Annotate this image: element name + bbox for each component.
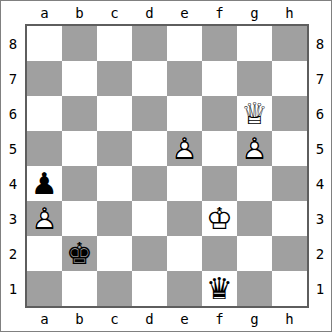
rank-label-right-7: 7 bbox=[311, 61, 329, 96]
square-b6[interactable] bbox=[62, 96, 97, 131]
file-label-top-e: e bbox=[167, 4, 202, 21]
file-label-top-c: c bbox=[97, 4, 132, 21]
white-queen-outline: ♕ bbox=[237, 96, 272, 131]
square-a8[interactable] bbox=[27, 26, 62, 61]
rank-label-right-6: 6 bbox=[311, 96, 329, 131]
square-g5[interactable]: ♟♙ bbox=[237, 131, 272, 166]
file-label-bottom-b: b bbox=[62, 310, 97, 327]
piece-white-pawn[interactable]: ♟♙ bbox=[27, 201, 62, 236]
piece-white-pawn[interactable]: ♟♙ bbox=[167, 131, 202, 166]
square-d2[interactable] bbox=[132, 236, 167, 271]
square-e3[interactable] bbox=[167, 201, 202, 236]
square-d7[interactable] bbox=[132, 61, 167, 96]
square-f6[interactable] bbox=[202, 96, 237, 131]
square-d1[interactable] bbox=[132, 271, 167, 306]
file-label-top-h: h bbox=[272, 4, 307, 21]
square-e6[interactable] bbox=[167, 96, 202, 131]
square-e1[interactable] bbox=[167, 271, 202, 306]
square-g3[interactable] bbox=[237, 201, 272, 236]
rank-label-left-3: 3 bbox=[4, 201, 22, 236]
rank-label-left-8: 8 bbox=[4, 26, 22, 61]
square-h2[interactable] bbox=[272, 236, 307, 271]
square-h4[interactable] bbox=[272, 166, 307, 201]
file-label-bottom-g: g bbox=[237, 310, 272, 327]
white-king-outline: ♔ bbox=[202, 201, 237, 236]
square-d6[interactable] bbox=[132, 96, 167, 131]
square-a1[interactable] bbox=[27, 271, 62, 306]
file-label-bottom-c: c bbox=[97, 310, 132, 327]
square-c7[interactable] bbox=[97, 61, 132, 96]
square-h3[interactable] bbox=[272, 201, 307, 236]
square-f2[interactable] bbox=[202, 236, 237, 271]
rank-label-left-4: 4 bbox=[4, 166, 22, 201]
white-pawn-outline: ♙ bbox=[237, 131, 272, 166]
square-f3[interactable]: ♚♔ bbox=[202, 201, 237, 236]
square-c5[interactable] bbox=[97, 131, 132, 166]
square-c2[interactable] bbox=[97, 236, 132, 271]
file-label-top-a: a bbox=[27, 4, 62, 21]
rank-label-right-4: 4 bbox=[311, 166, 329, 201]
rank-label-left-6: 6 bbox=[4, 96, 22, 131]
square-d4[interactable] bbox=[132, 166, 167, 201]
square-h1[interactable] bbox=[272, 271, 307, 306]
square-c6[interactable] bbox=[97, 96, 132, 131]
square-f4[interactable] bbox=[202, 166, 237, 201]
square-g2[interactable] bbox=[237, 236, 272, 271]
square-f1[interactable]: ♛ bbox=[202, 271, 237, 306]
piece-white-queen[interactable]: ♛♕ bbox=[237, 96, 272, 131]
rank-label-left-7: 7 bbox=[4, 61, 22, 96]
square-b1[interactable] bbox=[62, 271, 97, 306]
square-g6[interactable]: ♛♕ bbox=[237, 96, 272, 131]
file-label-top-f: f bbox=[202, 4, 237, 21]
square-a4[interactable]: ♟ bbox=[27, 166, 62, 201]
square-b8[interactable] bbox=[62, 26, 97, 61]
file-label-top-b: b bbox=[62, 4, 97, 21]
file-label-bottom-f: f bbox=[202, 310, 237, 327]
square-d8[interactable] bbox=[132, 26, 167, 61]
square-d5[interactable] bbox=[132, 131, 167, 166]
rank-label-right-3: 3 bbox=[311, 201, 329, 236]
piece-white-king[interactable]: ♚♔ bbox=[202, 201, 237, 236]
square-a2[interactable] bbox=[27, 236, 62, 271]
square-b4[interactable] bbox=[62, 166, 97, 201]
white-pawn-outline: ♙ bbox=[167, 131, 202, 166]
square-c1[interactable] bbox=[97, 271, 132, 306]
square-e7[interactable] bbox=[167, 61, 202, 96]
chess-board: ♛♕♟♙♟♙♟♟♙♚♔♚♛ bbox=[25, 24, 309, 308]
square-c3[interactable] bbox=[97, 201, 132, 236]
square-h7[interactable] bbox=[272, 61, 307, 96]
square-f7[interactable] bbox=[202, 61, 237, 96]
square-e5[interactable]: ♟♙ bbox=[167, 131, 202, 166]
square-b5[interactable] bbox=[62, 131, 97, 166]
square-c4[interactable] bbox=[97, 166, 132, 201]
rank-label-right-5: 5 bbox=[311, 131, 329, 166]
rank-label-right-1: 1 bbox=[311, 271, 329, 306]
square-b3[interactable] bbox=[62, 201, 97, 236]
file-label-bottom-e: e bbox=[167, 310, 202, 327]
black-queen-glyph: ♛ bbox=[202, 271, 237, 306]
square-e4[interactable] bbox=[167, 166, 202, 201]
square-g8[interactable] bbox=[237, 26, 272, 61]
file-label-bottom-d: d bbox=[132, 310, 167, 327]
rank-label-left-2: 2 bbox=[4, 236, 22, 271]
square-h8[interactable] bbox=[272, 26, 307, 61]
square-h6[interactable] bbox=[272, 96, 307, 131]
square-e2[interactable] bbox=[167, 236, 202, 271]
piece-black-queen[interactable]: ♛ bbox=[202, 271, 237, 306]
square-f5[interactable] bbox=[202, 131, 237, 166]
square-g1[interactable] bbox=[237, 271, 272, 306]
square-c8[interactable] bbox=[97, 26, 132, 61]
piece-black-pawn[interactable]: ♟ bbox=[27, 166, 62, 201]
square-f8[interactable] bbox=[202, 26, 237, 61]
square-a7[interactable] bbox=[27, 61, 62, 96]
black-pawn-glyph: ♟ bbox=[27, 166, 62, 201]
rank-label-left-1: 1 bbox=[4, 271, 22, 306]
rank-label-right-8: 8 bbox=[311, 26, 329, 61]
white-pawn-outline: ♙ bbox=[27, 201, 62, 236]
square-d3[interactable] bbox=[132, 201, 167, 236]
file-label-bottom-h: h bbox=[272, 310, 307, 327]
black-king-glyph: ♚ bbox=[62, 236, 97, 271]
piece-white-pawn[interactable]: ♟♙ bbox=[237, 131, 272, 166]
square-g4[interactable] bbox=[237, 166, 272, 201]
piece-black-king[interactable]: ♚ bbox=[62, 236, 97, 271]
rank-label-left-5: 5 bbox=[4, 131, 22, 166]
file-label-bottom-a: a bbox=[27, 310, 62, 327]
square-b7[interactable] bbox=[62, 61, 97, 96]
square-h5[interactable] bbox=[272, 131, 307, 166]
square-b2[interactable]: ♚ bbox=[62, 236, 97, 271]
chess-diagram: ♛♕♟♙♟♙♟♟♙♚♔♚♛ aabbccddeeffgghh8877665544… bbox=[0, 0, 332, 332]
rank-label-right-2: 2 bbox=[311, 236, 329, 271]
square-g7[interactable] bbox=[237, 61, 272, 96]
square-a3[interactable]: ♟♙ bbox=[27, 201, 62, 236]
square-e8[interactable] bbox=[167, 26, 202, 61]
file-label-top-g: g bbox=[237, 4, 272, 21]
square-a5[interactable] bbox=[27, 131, 62, 166]
square-a6[interactable] bbox=[27, 96, 62, 131]
file-label-top-d: d bbox=[132, 4, 167, 21]
